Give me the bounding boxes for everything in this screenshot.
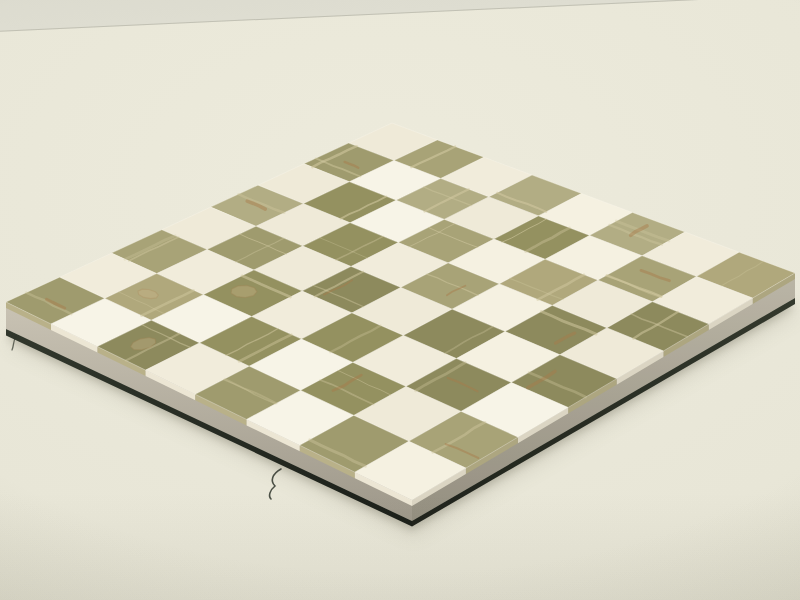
photo-scene [0, 0, 800, 600]
chessboard-photo [0, 0, 800, 600]
chessboard-svg [0, 0, 800, 600]
